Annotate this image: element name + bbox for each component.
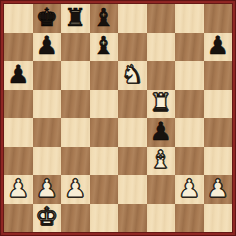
square-c2[interactable]: ♟	[61, 175, 90, 204]
square-e4[interactable]	[118, 118, 147, 147]
square-g1[interactable]	[175, 204, 204, 233]
square-h5[interactable]	[204, 90, 233, 119]
square-f2[interactable]	[147, 175, 176, 204]
black-pawn-icon[interactable]: ♟	[207, 33, 229, 58]
square-d4[interactable]	[90, 118, 119, 147]
square-d5[interactable]	[90, 90, 119, 119]
square-f1[interactable]	[147, 204, 176, 233]
square-d8[interactable]: ♝	[90, 4, 119, 33]
square-e3[interactable]	[118, 147, 147, 176]
chess-board: ♚♜♝♟♝♟♟♞♜♟♝♟♟♟♟♟♚	[4, 4, 232, 232]
square-g5[interactable]	[175, 90, 204, 119]
square-g2[interactable]: ♟	[175, 175, 204, 204]
square-b5[interactable]	[33, 90, 62, 119]
square-a7[interactable]	[4, 33, 33, 62]
square-a3[interactable]	[4, 147, 33, 176]
square-c7[interactable]	[61, 33, 90, 62]
square-g7[interactable]	[175, 33, 204, 62]
square-e2[interactable]	[118, 175, 147, 204]
white-pawn-icon[interactable]: ♟	[178, 176, 200, 201]
black-bishop-icon[interactable]: ♝	[93, 5, 115, 30]
black-king-icon[interactable]: ♚	[36, 5, 58, 30]
square-b1[interactable]: ♚	[33, 204, 62, 233]
square-h2[interactable]: ♟	[204, 175, 233, 204]
square-e5[interactable]	[118, 90, 147, 119]
square-h6[interactable]	[204, 61, 233, 90]
square-f4[interactable]: ♟	[147, 118, 176, 147]
square-c5[interactable]	[61, 90, 90, 119]
square-b8[interactable]: ♚	[33, 4, 62, 33]
square-a8[interactable]	[4, 4, 33, 33]
square-b4[interactable]	[33, 118, 62, 147]
square-b6[interactable]	[33, 61, 62, 90]
square-b7[interactable]: ♟	[33, 33, 62, 62]
black-rook-icon[interactable]: ♜	[64, 5, 86, 30]
square-h3[interactable]	[204, 147, 233, 176]
square-e8[interactable]	[118, 4, 147, 33]
white-pawn-icon[interactable]: ♟	[7, 176, 29, 201]
white-rook-icon[interactable]: ♜	[150, 90, 172, 115]
square-h4[interactable]	[204, 118, 233, 147]
square-h7[interactable]: ♟	[204, 33, 233, 62]
square-a4[interactable]	[4, 118, 33, 147]
square-d2[interactable]	[90, 175, 119, 204]
square-c4[interactable]	[61, 118, 90, 147]
square-b3[interactable]	[33, 147, 62, 176]
square-g6[interactable]	[175, 61, 204, 90]
square-c8[interactable]: ♜	[61, 4, 90, 33]
square-g4[interactable]	[175, 118, 204, 147]
black-pawn-icon[interactable]: ♟	[7, 62, 29, 87]
white-pawn-icon[interactable]: ♟	[207, 176, 229, 201]
square-d7[interactable]: ♝	[90, 33, 119, 62]
square-e7[interactable]	[118, 33, 147, 62]
square-h1[interactable]	[204, 204, 233, 233]
square-a6[interactable]: ♟	[4, 61, 33, 90]
square-a1[interactable]	[4, 204, 33, 233]
square-f6[interactable]	[147, 61, 176, 90]
square-d3[interactable]	[90, 147, 119, 176]
square-g8[interactable]	[175, 4, 204, 33]
square-a2[interactable]: ♟	[4, 175, 33, 204]
square-c1[interactable]	[61, 204, 90, 233]
black-bishop-icon[interactable]: ♝	[93, 33, 115, 58]
square-f3[interactable]: ♝	[147, 147, 176, 176]
white-king-icon[interactable]: ♚	[36, 204, 58, 229]
square-e1[interactable]	[118, 204, 147, 233]
black-pawn-icon[interactable]: ♟	[150, 119, 172, 144]
white-knight-icon[interactable]: ♞	[121, 62, 143, 87]
square-c6[interactable]	[61, 61, 90, 90]
square-d6[interactable]	[90, 61, 119, 90]
square-h8[interactable]	[204, 4, 233, 33]
black-pawn-icon[interactable]: ♟	[36, 33, 58, 58]
square-f5[interactable]: ♜	[147, 90, 176, 119]
board-frame: ♚♜♝♟♝♟♟♞♜♟♝♟♟♟♟♟♚	[0, 0, 236, 236]
square-a5[interactable]	[4, 90, 33, 119]
square-e6[interactable]: ♞	[118, 61, 147, 90]
square-g3[interactable]	[175, 147, 204, 176]
square-d1[interactable]	[90, 204, 119, 233]
white-pawn-icon[interactable]: ♟	[64, 176, 86, 201]
square-f7[interactable]	[147, 33, 176, 62]
square-c3[interactable]	[61, 147, 90, 176]
square-f8[interactable]	[147, 4, 176, 33]
white-pawn-icon[interactable]: ♟	[36, 176, 58, 201]
square-b2[interactable]: ♟	[33, 175, 62, 204]
white-bishop-icon[interactable]: ♝	[150, 147, 172, 172]
